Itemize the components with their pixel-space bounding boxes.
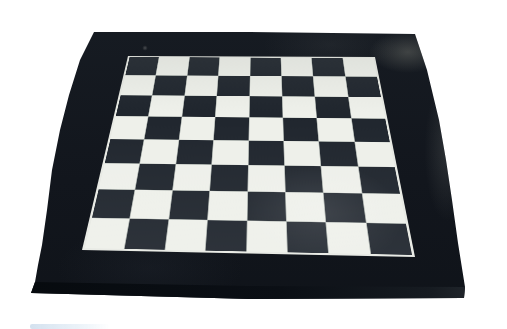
square-r4c5[interactable] — [249, 118, 283, 141]
square-r6c7[interactable] — [321, 166, 361, 193]
square-r3c8[interactable] — [348, 97, 385, 118]
square-r4c4[interactable] — [214, 117, 249, 140]
square-r4c3[interactable] — [179, 117, 215, 140]
square-r8c2[interactable] — [125, 219, 168, 250]
square-r8c7[interactable] — [326, 222, 370, 254]
square-r1c7[interactable] — [312, 58, 345, 77]
square-r1c2[interactable] — [156, 57, 189, 75]
square-r3c3[interactable] — [182, 96, 216, 117]
square-r8c5[interactable] — [247, 221, 287, 253]
square-r4c2[interactable] — [145, 117, 182, 140]
square-r2c8[interactable] — [346, 77, 381, 97]
square-r4c8[interactable] — [352, 119, 390, 142]
square-r1c6[interactable] — [281, 58, 313, 77]
square-r1c8[interactable] — [343, 58, 377, 77]
square-r7c4[interactable] — [208, 191, 247, 220]
square-r5c8[interactable] — [355, 142, 395, 167]
watermark-strip — [30, 324, 110, 329]
square-r2c1[interactable] — [121, 76, 156, 96]
square-r5c6[interactable] — [284, 141, 321, 166]
square-r8c8[interactable] — [366, 223, 412, 255]
square-r7c5[interactable] — [247, 192, 286, 221]
square-r7c3[interactable] — [169, 191, 209, 220]
square-r1c3[interactable] — [187, 57, 219, 75]
square-r1c5[interactable] — [250, 58, 281, 76]
square-r7c2[interactable] — [130, 190, 171, 219]
square-r7c1[interactable] — [92, 190, 135, 218]
square-r3c7[interactable] — [315, 97, 350, 118]
square-r2c3[interactable] — [185, 76, 218, 96]
square-r5c4[interactable] — [212, 140, 248, 165]
square-r2c2[interactable] — [153, 76, 187, 96]
square-r4c7[interactable] — [317, 118, 354, 141]
square-r2c7[interactable] — [314, 77, 348, 97]
square-r6c4[interactable] — [210, 165, 247, 192]
product-photo-canvas — [0, 0, 507, 329]
square-r8c4[interactable] — [206, 220, 247, 251]
square-r6c6[interactable] — [285, 166, 323, 193]
square-r8c1[interactable] — [85, 218, 130, 249]
square-r5c5[interactable] — [248, 141, 284, 166]
square-r6c3[interactable] — [173, 164, 212, 190]
square-r3c5[interactable] — [249, 96, 282, 117]
square-r7c8[interactable] — [362, 194, 406, 223]
square-r6c8[interactable] — [358, 167, 400, 194]
square-r4c6[interactable] — [283, 118, 318, 141]
square-r8c6[interactable] — [287, 222, 329, 254]
square-r3c2[interactable] — [149, 96, 184, 117]
square-r6c1[interactable] — [99, 163, 140, 189]
square-r5c7[interactable] — [319, 141, 357, 166]
square-r2c5[interactable] — [250, 76, 282, 96]
square-r6c2[interactable] — [136, 164, 176, 190]
square-r5c1[interactable] — [105, 139, 144, 163]
square-r3c1[interactable] — [116, 95, 152, 116]
square-r5c3[interactable] — [176, 140, 213, 164]
square-r7c7[interactable] — [324, 193, 366, 222]
chessboard-grid — [82, 56, 415, 257]
square-r1c4[interactable] — [219, 57, 250, 75]
square-r3c4[interactable] — [216, 96, 249, 117]
square-r3c6[interactable] — [282, 97, 316, 118]
square-r5c2[interactable] — [140, 139, 178, 163]
square-r4c1[interactable] — [111, 116, 149, 139]
square-r1c1[interactable] — [125, 57, 159, 75]
square-r2c4[interactable] — [217, 76, 249, 96]
square-r6c5[interactable] — [248, 165, 285, 192]
square-r8c3[interactable] — [165, 219, 207, 250]
square-r2c6[interactable] — [282, 76, 315, 96]
square-r7c6[interactable] — [286, 193, 326, 222]
